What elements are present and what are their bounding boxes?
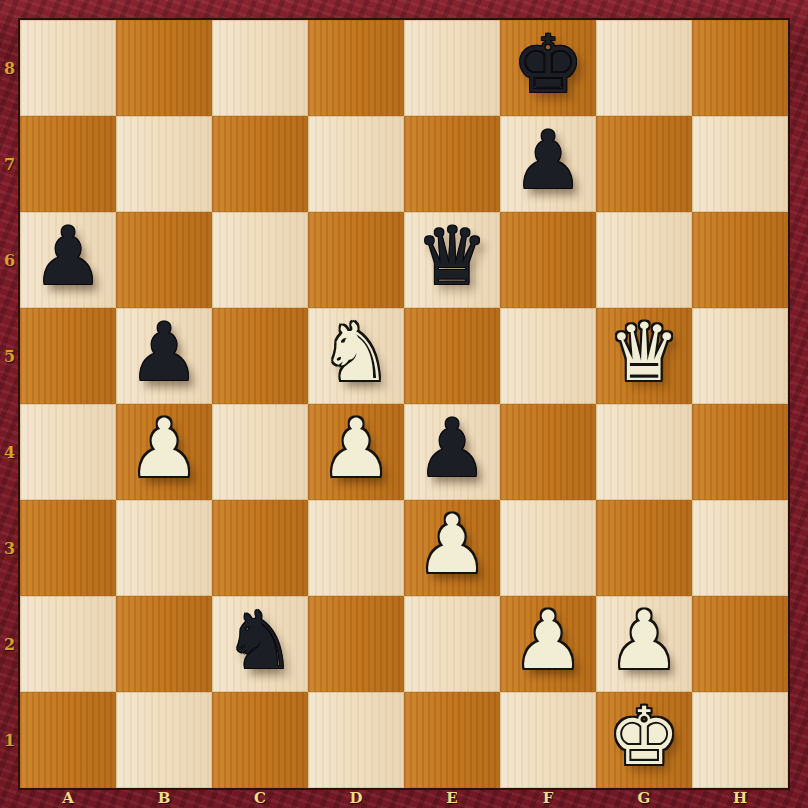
black-knight[interactable]: ♞ [224, 601, 296, 681]
square-e5[interactable] [404, 308, 500, 404]
square-a4[interactable] [20, 404, 116, 500]
square-b2[interactable] [116, 596, 212, 692]
square-d6[interactable] [308, 212, 404, 308]
file-label-h: H [692, 788, 788, 807]
square-a3[interactable] [20, 500, 116, 596]
black-pawn[interactable]: ♟ [416, 409, 488, 489]
square-g1[interactable]: ♚ [596, 692, 692, 788]
square-h5[interactable] [692, 308, 788, 404]
square-b6[interactable] [116, 212, 212, 308]
square-e6[interactable]: ♛ [404, 212, 500, 308]
file-label-f: F [500, 788, 596, 807]
square-h2[interactable] [692, 596, 788, 692]
square-c6[interactable] [212, 212, 308, 308]
white-pawn[interactable]: ♟ [608, 601, 680, 681]
square-h3[interactable] [692, 500, 788, 596]
square-f1[interactable] [500, 692, 596, 788]
square-d5[interactable]: ♞ [308, 308, 404, 404]
white-queen[interactable]: ♛ [608, 313, 680, 393]
square-d1[interactable] [308, 692, 404, 788]
square-c2[interactable]: ♞ [212, 596, 308, 692]
square-b4[interactable]: ♟ [116, 404, 212, 500]
rank-labels: 87654321 [0, 20, 19, 788]
square-f2[interactable]: ♟ [500, 596, 596, 692]
square-h6[interactable] [692, 212, 788, 308]
black-queen[interactable]: ♛ [416, 217, 488, 297]
square-c1[interactable] [212, 692, 308, 788]
square-d2[interactable] [308, 596, 404, 692]
square-b7[interactable] [116, 116, 212, 212]
square-d7[interactable] [308, 116, 404, 212]
square-a7[interactable] [20, 116, 116, 212]
rank-label-1: 1 [0, 692, 19, 788]
square-b8[interactable] [116, 20, 212, 116]
square-g4[interactable] [596, 404, 692, 500]
square-a8[interactable] [20, 20, 116, 116]
white-knight[interactable]: ♞ [320, 313, 392, 393]
square-d8[interactable] [308, 20, 404, 116]
square-c8[interactable] [212, 20, 308, 116]
file-label-e: E [404, 788, 500, 807]
square-h8[interactable] [692, 20, 788, 116]
black-king[interactable]: ♚ [512, 25, 584, 105]
square-d3[interactable] [308, 500, 404, 596]
white-pawn[interactable]: ♟ [128, 409, 200, 489]
black-pawn[interactable]: ♟ [32, 217, 104, 297]
rank-label-5: 5 [0, 308, 19, 404]
white-pawn[interactable]: ♟ [416, 505, 488, 585]
square-a2[interactable] [20, 596, 116, 692]
rank-label-6: 6 [0, 212, 19, 308]
rank-label-2: 2 [0, 596, 19, 692]
square-c5[interactable] [212, 308, 308, 404]
square-g7[interactable] [596, 116, 692, 212]
square-a5[interactable] [20, 308, 116, 404]
file-label-c: C [212, 788, 308, 807]
white-king[interactable]: ♚ [608, 697, 680, 777]
square-e3[interactable]: ♟ [404, 500, 500, 596]
square-f8[interactable]: ♚ [500, 20, 596, 116]
square-g5[interactable]: ♛ [596, 308, 692, 404]
square-g3[interactable] [596, 500, 692, 596]
square-b5[interactable]: ♟ [116, 308, 212, 404]
square-d4[interactable]: ♟ [308, 404, 404, 500]
square-f5[interactable] [500, 308, 596, 404]
rank-label-4: 4 [0, 404, 19, 500]
rank-label-7: 7 [0, 116, 19, 212]
square-g8[interactable] [596, 20, 692, 116]
square-e8[interactable] [404, 20, 500, 116]
square-c4[interactable] [212, 404, 308, 500]
square-f7[interactable]: ♟ [500, 116, 596, 212]
square-a1[interactable] [20, 692, 116, 788]
square-a6[interactable]: ♟ [20, 212, 116, 308]
square-h7[interactable] [692, 116, 788, 212]
black-pawn[interactable]: ♟ [512, 121, 584, 201]
square-f3[interactable] [500, 500, 596, 596]
black-pawn[interactable]: ♟ [128, 313, 200, 393]
square-g6[interactable] [596, 212, 692, 308]
rank-label-3: 3 [0, 500, 19, 596]
square-e1[interactable] [404, 692, 500, 788]
white-pawn[interactable]: ♟ [512, 601, 584, 681]
white-pawn[interactable]: ♟ [320, 409, 392, 489]
chess-board-frame: 87654321 ABCDEFGH ♚♟♟♛♟♞♛♟♟♟♟♞♟♟♚ [0, 0, 808, 808]
file-label-a: A [20, 788, 116, 807]
square-b1[interactable] [116, 692, 212, 788]
square-f4[interactable] [500, 404, 596, 500]
chess-board: ♚♟♟♛♟♞♛♟♟♟♟♞♟♟♚ [20, 20, 788, 788]
file-labels: ABCDEFGH [20, 788, 788, 807]
square-f6[interactable] [500, 212, 596, 308]
rank-label-8: 8 [0, 20, 19, 116]
file-label-g: G [596, 788, 692, 807]
file-label-b: B [116, 788, 212, 807]
square-h4[interactable] [692, 404, 788, 500]
square-c7[interactable] [212, 116, 308, 212]
square-h1[interactable] [692, 692, 788, 788]
square-g2[interactable]: ♟ [596, 596, 692, 692]
square-e2[interactable] [404, 596, 500, 692]
square-c3[interactable] [212, 500, 308, 596]
square-e4[interactable]: ♟ [404, 404, 500, 500]
file-label-d: D [308, 788, 404, 807]
square-e7[interactable] [404, 116, 500, 212]
square-b3[interactable] [116, 500, 212, 596]
